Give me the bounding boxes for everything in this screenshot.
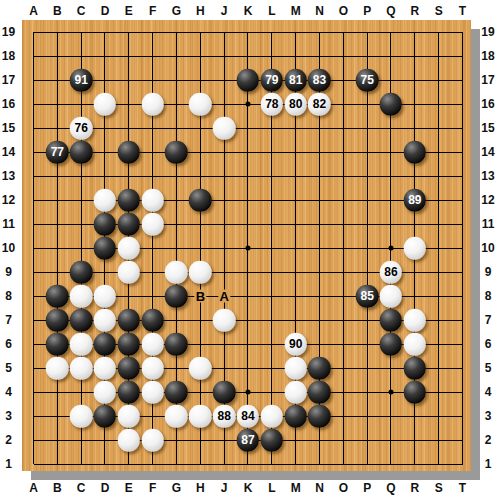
move-number: 88 xyxy=(217,410,230,422)
black-stone-K2: 87 xyxy=(237,429,260,452)
row-label-left-9: 9 xyxy=(0,264,17,280)
white-stone-J3: 88 xyxy=(213,405,236,428)
column-label-top-J: J xyxy=(212,3,236,19)
go-diagram: 9179818375788082767789868590888487BA AAB… xyxy=(0,0,500,500)
white-stone-D5 xyxy=(94,357,117,380)
black-stone-C7 xyxy=(70,309,93,332)
grid-line-vertical xyxy=(343,32,344,464)
black-stone-R12: 89 xyxy=(404,189,427,212)
row-label-right-16: 16 xyxy=(476,96,500,112)
row-label-left-12: 12 xyxy=(0,192,17,208)
white-stone-K3: 84 xyxy=(237,405,260,428)
row-label-left-11: 11 xyxy=(0,216,17,232)
black-stone-Q6 xyxy=(380,333,403,356)
move-number: 89 xyxy=(408,194,421,206)
black-stone-N17: 83 xyxy=(308,69,331,92)
column-label-bottom-G: G xyxy=(164,480,188,496)
black-stone-G14 xyxy=(165,141,188,164)
point-label-B: B xyxy=(195,290,206,303)
row-label-right-17: 17 xyxy=(476,72,500,88)
column-label-bottom-F: F xyxy=(141,480,165,496)
white-stone-R10 xyxy=(404,237,427,260)
star-point xyxy=(245,390,250,395)
move-number: 83 xyxy=(313,74,326,86)
row-label-right-15: 15 xyxy=(476,120,500,136)
star-point xyxy=(245,102,250,107)
white-stone-L16: 78 xyxy=(261,93,284,116)
black-stone-N3 xyxy=(308,405,331,428)
white-stone-M6: 90 xyxy=(284,333,307,356)
row-label-left-8: 8 xyxy=(0,288,17,304)
move-number: 78 xyxy=(265,98,278,110)
white-stone-L3 xyxy=(261,405,284,428)
column-label-top-C: C xyxy=(69,3,93,19)
white-stone-J7 xyxy=(213,309,236,332)
black-stone-L2 xyxy=(261,429,284,452)
black-stone-C14 xyxy=(70,141,93,164)
white-stone-E9 xyxy=(118,261,141,284)
move-number: 81 xyxy=(289,74,302,86)
move-number: 80 xyxy=(289,98,302,110)
white-stone-F11 xyxy=(141,213,164,236)
black-stone-J4 xyxy=(213,381,236,404)
move-number: 84 xyxy=(241,410,254,422)
column-label-top-G: G xyxy=(164,3,188,19)
move-number: 79 xyxy=(265,74,278,86)
row-label-left-2: 2 xyxy=(0,432,17,448)
row-label-left-13: 13 xyxy=(0,168,17,184)
black-stone-Q7 xyxy=(380,309,403,332)
row-label-right-3: 3 xyxy=(476,408,500,424)
white-stone-J15 xyxy=(213,117,236,140)
white-stone-F5 xyxy=(141,357,164,380)
black-stone-E11 xyxy=(118,213,141,236)
column-label-top-L: L xyxy=(260,3,284,19)
row-label-right-19: 19 xyxy=(476,24,500,40)
row-label-left-18: 18 xyxy=(0,48,17,64)
point-label-A: A xyxy=(218,290,229,303)
column-label-top-Q: Q xyxy=(379,3,403,19)
black-stone-N4 xyxy=(308,381,331,404)
grid-line-vertical xyxy=(438,32,439,464)
column-label-bottom-Q: Q xyxy=(379,480,403,496)
move-number: 85 xyxy=(360,290,373,302)
white-stone-R7 xyxy=(404,309,427,332)
black-stone-G4 xyxy=(165,381,188,404)
black-stone-D11 xyxy=(94,213,117,236)
white-stone-R6 xyxy=(404,333,427,356)
column-label-top-B: B xyxy=(45,3,69,19)
row-label-right-5: 5 xyxy=(476,360,500,376)
column-label-bottom-J: J xyxy=(212,480,236,496)
column-label-bottom-P: P xyxy=(355,480,379,496)
white-stone-N16: 82 xyxy=(308,93,331,116)
row-label-left-7: 7 xyxy=(0,312,17,328)
move-number: 77 xyxy=(51,146,64,158)
white-stone-B5 xyxy=(46,357,69,380)
column-label-top-N: N xyxy=(307,3,331,19)
white-stone-G3 xyxy=(165,405,188,428)
move-number: 86 xyxy=(384,266,397,278)
row-label-right-13: 13 xyxy=(476,168,500,184)
black-stone-K17 xyxy=(237,69,260,92)
row-label-right-2: 2 xyxy=(476,432,500,448)
column-label-bottom-N: N xyxy=(307,480,331,496)
row-label-left-6: 6 xyxy=(0,336,17,352)
white-stone-M4 xyxy=(284,381,307,404)
column-label-bottom-S: S xyxy=(427,480,451,496)
white-stone-E10 xyxy=(118,237,141,260)
move-number: 90 xyxy=(289,338,302,350)
black-stone-E4 xyxy=(118,381,141,404)
row-label-left-4: 4 xyxy=(0,384,17,400)
go-board[interactable]: 9179818375788082767789868590888487BA xyxy=(22,20,471,471)
black-stone-D6 xyxy=(94,333,117,356)
black-stone-N5 xyxy=(308,357,331,380)
row-label-right-9: 9 xyxy=(476,264,500,280)
white-stone-H3 xyxy=(189,405,212,428)
row-label-left-14: 14 xyxy=(0,144,17,160)
black-stone-E12 xyxy=(118,189,141,212)
column-label-bottom-C: C xyxy=(69,480,93,496)
row-label-right-1: 1 xyxy=(476,456,500,472)
white-stone-D8 xyxy=(94,285,117,308)
white-stone-C5 xyxy=(70,357,93,380)
move-number: 87 xyxy=(241,434,254,446)
grid-line-horizontal xyxy=(34,464,463,465)
black-stone-M17: 81 xyxy=(284,69,307,92)
column-label-top-S: S xyxy=(427,3,451,19)
column-label-bottom-B: B xyxy=(45,480,69,496)
row-label-left-15: 15 xyxy=(0,120,17,136)
row-label-right-4: 4 xyxy=(476,384,500,400)
column-label-top-E: E xyxy=(117,3,141,19)
column-label-bottom-L: L xyxy=(260,480,284,496)
row-label-right-8: 8 xyxy=(476,288,500,304)
column-label-top-T: T xyxy=(450,3,474,19)
column-label-top-D: D xyxy=(93,3,117,19)
white-stone-M16: 80 xyxy=(284,93,307,116)
row-label-right-10: 10 xyxy=(476,240,500,256)
white-stone-H5 xyxy=(189,357,212,380)
white-stone-D12 xyxy=(94,189,117,212)
star-point xyxy=(388,390,393,395)
black-stone-B7 xyxy=(46,309,69,332)
black-stone-E7 xyxy=(118,309,141,332)
row-label-left-1: 1 xyxy=(0,456,17,472)
star-point xyxy=(388,246,393,251)
column-label-bottom-R: R xyxy=(403,480,427,496)
black-stone-M3 xyxy=(284,405,307,428)
white-stone-M5 xyxy=(284,357,307,380)
black-stone-R4 xyxy=(404,381,427,404)
column-label-bottom-K: K xyxy=(236,480,260,496)
move-number: 91 xyxy=(74,74,87,86)
white-stone-C6 xyxy=(70,333,93,356)
black-stone-R14 xyxy=(404,141,427,164)
row-label-right-7: 7 xyxy=(476,312,500,328)
white-stone-D16 xyxy=(94,93,117,116)
white-stone-Q8 xyxy=(380,285,403,308)
black-stone-B14: 77 xyxy=(46,141,69,164)
row-label-left-5: 5 xyxy=(0,360,17,376)
black-stone-E5 xyxy=(118,357,141,380)
column-label-top-A: A xyxy=(22,3,46,19)
column-label-bottom-H: H xyxy=(188,480,212,496)
black-stone-G8 xyxy=(165,285,188,308)
white-stone-C15: 76 xyxy=(70,117,93,140)
white-stone-F12 xyxy=(141,189,164,212)
row-label-left-19: 19 xyxy=(0,24,17,40)
white-stone-C8 xyxy=(70,285,93,308)
white-stone-H16 xyxy=(189,93,212,116)
black-stone-P17: 75 xyxy=(356,69,379,92)
black-stone-D10 xyxy=(94,237,117,260)
white-stone-F16 xyxy=(141,93,164,116)
white-stone-G9 xyxy=(165,261,188,284)
white-stone-F4 xyxy=(141,381,164,404)
white-stone-D7 xyxy=(94,309,117,332)
column-label-top-R: R xyxy=(403,3,427,19)
row-label-right-6: 6 xyxy=(476,336,500,352)
black-stone-H12 xyxy=(189,189,212,212)
column-label-top-F: F xyxy=(141,3,165,19)
black-stone-R5 xyxy=(404,357,427,380)
column-label-top-M: M xyxy=(284,3,308,19)
row-label-right-12: 12 xyxy=(476,192,500,208)
column-label-bottom-O: O xyxy=(331,480,355,496)
grid-line-vertical xyxy=(462,32,463,464)
black-stone-C9 xyxy=(70,261,93,284)
move-number: 82 xyxy=(313,98,326,110)
white-stone-Q9: 86 xyxy=(380,261,403,284)
white-stone-D4 xyxy=(94,381,117,404)
column-label-bottom-A: A xyxy=(22,480,46,496)
column-label-bottom-T: T xyxy=(450,480,474,496)
row-label-left-16: 16 xyxy=(0,96,17,112)
black-stone-L17: 79 xyxy=(261,69,284,92)
white-stone-E2 xyxy=(118,429,141,452)
row-label-left-17: 17 xyxy=(0,72,17,88)
row-label-right-14: 14 xyxy=(476,144,500,160)
grid-line-vertical xyxy=(367,32,368,464)
black-stone-B6 xyxy=(46,333,69,356)
move-number: 76 xyxy=(74,122,87,134)
white-stone-F6 xyxy=(141,333,164,356)
black-stone-B8 xyxy=(46,285,69,308)
column-label-bottom-D: D xyxy=(93,480,117,496)
column-label-top-H: H xyxy=(188,3,212,19)
column-label-top-K: K xyxy=(236,3,260,19)
row-label-left-3: 3 xyxy=(0,408,17,424)
black-stone-D3 xyxy=(94,405,117,428)
column-label-top-P: P xyxy=(355,3,379,19)
row-label-right-11: 11 xyxy=(476,216,500,232)
row-label-left-10: 10 xyxy=(0,240,17,256)
star-point xyxy=(245,246,250,251)
column-label-top-O: O xyxy=(331,3,355,19)
white-stone-E3 xyxy=(118,405,141,428)
black-stone-F7 xyxy=(141,309,164,332)
black-stone-C17: 91 xyxy=(70,69,93,92)
row-label-right-18: 18 xyxy=(476,48,500,64)
black-stone-Q16 xyxy=(380,93,403,116)
column-label-bottom-M: M xyxy=(284,480,308,496)
column-label-bottom-E: E xyxy=(117,480,141,496)
white-stone-F2 xyxy=(141,429,164,452)
black-stone-E6 xyxy=(118,333,141,356)
white-stone-C3 xyxy=(70,405,93,428)
white-stone-H9 xyxy=(189,261,212,284)
black-stone-E14 xyxy=(118,141,141,164)
black-stone-P8: 85 xyxy=(356,285,379,308)
move-number: 75 xyxy=(360,74,373,86)
board-grid: 9179818375788082767789868590888487BA xyxy=(34,32,463,464)
black-stone-G6 xyxy=(165,333,188,356)
